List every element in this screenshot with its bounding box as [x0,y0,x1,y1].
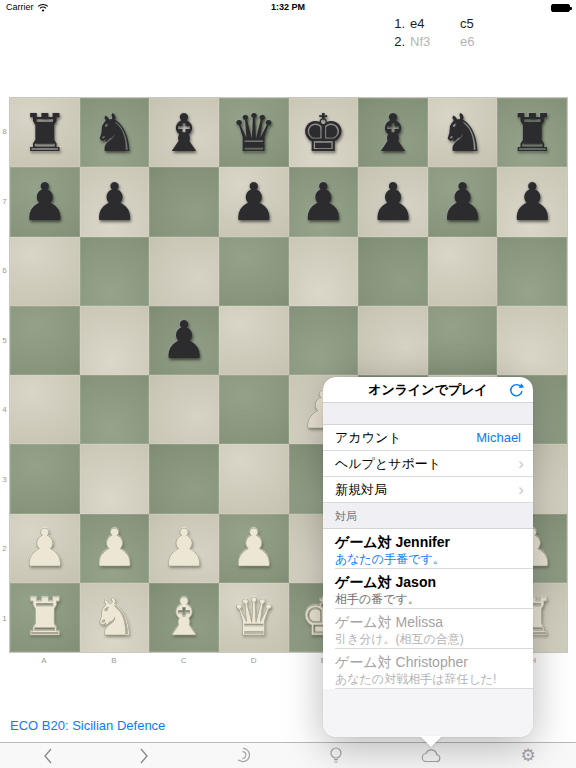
black-piece-d7[interactable]: ♟ [219,167,289,236]
account-label: アカウント [335,429,402,447]
popover-title: オンラインでプレイ [368,382,488,397]
black-piece-c5[interactable]: ♟ [149,306,219,375]
square-c7[interactable] [149,167,219,236]
square-c3[interactable] [149,444,219,513]
back-button[interactable] [0,743,96,768]
rank-label-1: 1 [0,584,9,654]
square-a2[interactable]: ♟ [10,514,80,583]
black-piece-a8[interactable]: ♜ [10,98,80,167]
game-status-label: 引き分け。(相互の合意) [335,632,521,647]
cloud-icon [421,748,443,764]
square-b2[interactable]: ♟ [80,514,150,583]
black-piece-h8[interactable]: ♜ [497,98,567,167]
black-piece-b7[interactable]: ♟ [80,167,150,236]
black-piece-g7[interactable]: ♟ [428,167,498,236]
popover-tail [420,736,442,747]
square-e8[interactable]: ♚ [289,98,359,167]
rank-label-8: 8 [0,97,9,167]
popover-menu: ヘルプとサポート›新規対局› [323,451,533,503]
move-row-2: 2.Nf3e6 [385,33,515,51]
square-f6[interactable] [358,237,428,306]
square-c8[interactable]: ♝ [149,98,219,167]
hint-button[interactable] [288,743,384,768]
square-b5[interactable] [80,306,150,375]
square-b8[interactable]: ♞ [80,98,150,167]
menu-row-label: ヘルプとサポート [335,455,441,473]
move-number: 1. [385,15,405,33]
move-row-1: 1.e4c5 [385,15,515,33]
black-piece-e7[interactable]: ♟ [289,167,359,236]
white-piece-c1[interactable]: ♝ [149,583,219,652]
popover-header: オンラインでプレイ [323,377,533,403]
white-piece-a1[interactable]: ♜ [10,583,80,652]
square-b6[interactable] [80,237,150,306]
account-row[interactable]: アカウント Michael [323,425,533,451]
game-opponent-label: ゲーム対 Melissa [335,613,521,632]
square-f5[interactable] [358,306,428,375]
white-piece-d2[interactable]: ♟ [219,514,289,583]
square-c2[interactable]: ♟ [149,514,219,583]
chevron-right-icon: › [518,455,524,472]
rank-label-7: 7 [0,167,9,237]
square-h8[interactable]: ♜ [497,98,567,167]
game-opponent-label: ゲーム対 Jennifer [335,533,521,552]
black-piece-d8[interactable]: ♛ [219,98,289,167]
white-piece-d1[interactable]: ♛ [219,583,289,652]
black-piece-b8[interactable]: ♞ [80,98,150,167]
white-piece-a2[interactable]: ♟ [10,514,80,583]
square-d6[interactable] [219,237,289,306]
speech-button[interactable] [192,743,288,768]
square-g5[interactable] [428,306,498,375]
black-piece-e8[interactable]: ♚ [289,98,359,167]
game-row-4[interactable]: ゲーム対 Christopherあなたの対戦相手は辞任した! [323,649,533,689]
file-label-b: B [79,655,149,667]
square-d8[interactable]: ♛ [219,98,289,167]
refresh-icon[interactable] [508,382,524,398]
square-f8[interactable]: ♝ [358,98,428,167]
rank-labels: 87654321 [0,97,9,653]
chevron-forward-icon [138,747,150,765]
square-d5[interactable] [219,306,289,375]
rank-label-6: 6 [0,236,9,306]
black-piece-c8[interactable]: ♝ [149,98,219,167]
games-section-header: 対局 [323,503,533,529]
account-value: Michael [476,430,521,445]
square-h5[interactable] [497,306,567,375]
square-f7[interactable]: ♟ [358,167,428,236]
toolbar: ⚙ [0,742,576,768]
square-e7[interactable]: ♟ [289,167,359,236]
square-c4[interactable] [149,375,219,444]
clock: 1:32 PM [0,2,576,12]
app-screen: Carrier 1:32 PM 1.e4c52.Nf3e6 87654321 ♜… [0,0,576,768]
square-a6[interactable] [10,237,80,306]
game-opponent-label: ゲーム対 Jason [335,573,521,592]
games-section-label: 対局 [335,509,357,524]
game-status-label: あなたの手番です。 [335,552,521,567]
black-piece-f8[interactable]: ♝ [358,98,428,167]
white-move: e4 [410,15,455,33]
black-piece-a7[interactable]: ♟ [10,167,80,236]
square-d4[interactable] [219,375,289,444]
menu-row-new-game[interactable]: 新規対局› [323,477,533,503]
square-d7[interactable]: ♟ [219,167,289,236]
move-list: 1.e4c52.Nf3e6 [385,15,515,51]
square-e5[interactable] [289,306,359,375]
square-b3[interactable] [80,444,150,513]
battery-icon [551,4,570,12]
chevron-right-icon: › [518,481,524,498]
file-label-a: A [9,655,79,667]
settings-button[interactable]: ⚙ [480,743,576,768]
white-piece-b2[interactable]: ♟ [80,514,150,583]
menu-row-label: 新規対局 [335,481,387,499]
square-b1[interactable]: ♞ [80,583,150,652]
popover-bottom-area [323,689,533,737]
square-g6[interactable] [428,237,498,306]
square-a8[interactable]: ♜ [10,98,80,167]
game-row-1[interactable]: ゲーム対 Jenniferあなたの手番です。 [323,529,533,569]
file-label-d: D [219,655,289,667]
square-a7[interactable]: ♟ [10,167,80,236]
game-row-3[interactable]: ゲーム対 Melissa引き分け。(相互の合意) [323,609,533,649]
chevron-back-icon [42,747,54,765]
online-play-popover: オンラインでプレイ アカウント Michael ヘルプとサポート›新規対局› 対… [323,377,533,737]
black-piece-h7[interactable]: ♟ [497,167,567,236]
white-move: Nf3 [410,33,455,51]
square-a4[interactable] [10,375,80,444]
square-b7[interactable]: ♟ [80,167,150,236]
square-c1[interactable]: ♝ [149,583,219,652]
black-piece-f7[interactable]: ♟ [358,167,428,236]
game-opponent-label: ゲーム対 Christopher [335,653,521,672]
rank-label-3: 3 [0,445,9,515]
square-b4[interactable] [80,375,150,444]
menu-row-help-support[interactable]: ヘルプとサポート› [323,451,533,477]
white-piece-c2[interactable]: ♟ [149,514,219,583]
black-piece-g8[interactable]: ♞ [428,98,498,167]
square-h6[interactable] [497,237,567,306]
black-move: c5 [460,15,505,33]
square-a5[interactable] [10,306,80,375]
square-c6[interactable] [149,237,219,306]
square-c5[interactable]: ♟ [149,306,219,375]
file-label-c: C [149,655,219,667]
square-g7[interactable]: ♟ [428,167,498,236]
black-move: e6 [460,33,505,51]
square-a3[interactable] [10,444,80,513]
game-status-label: 相手の番です。 [335,592,521,607]
square-d3[interactable] [219,444,289,513]
game-list: ゲーム対 Jenniferあなたの手番です。ゲーム対 Jason相手の番です。ゲ… [323,529,533,689]
lightbulb-icon [328,746,344,765]
rank-label-5: 5 [0,306,9,376]
forward-button[interactable] [96,743,192,768]
game-row-2[interactable]: ゲーム対 Jason相手の番です。 [323,569,533,609]
white-piece-b1[interactable]: ♞ [80,583,150,652]
ear-icon [231,746,250,765]
square-d2[interactable]: ♟ [219,514,289,583]
square-e6[interactable] [289,237,359,306]
rank-label-4: 4 [0,375,9,445]
rank-label-2: 2 [0,514,9,584]
square-h7[interactable]: ♟ [497,167,567,236]
square-a1[interactable]: ♜ [10,583,80,652]
eco-opening-label: ECO B20: Sicilian Defence [10,718,165,733]
square-g8[interactable]: ♞ [428,98,498,167]
square-d1[interactable]: ♛ [219,583,289,652]
move-number: 2. [385,33,405,51]
status-bar: Carrier 1:32 PM [0,0,576,15]
gear-icon: ⚙ [520,747,535,764]
popover-spacer [323,403,533,425]
game-status-label: あなたの対戦相手は辞任した! [335,672,521,687]
